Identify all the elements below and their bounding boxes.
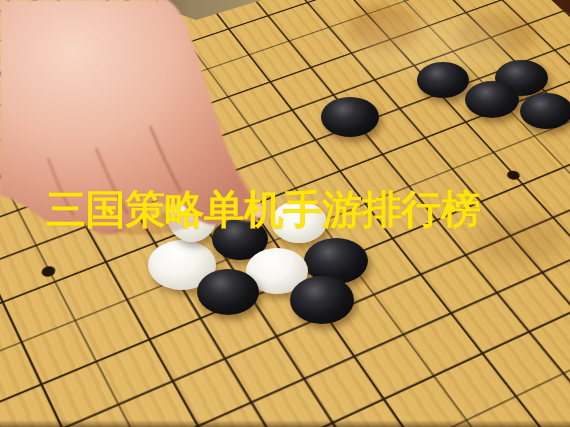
bottom-shadow	[0, 420, 570, 427]
go-photo-scene: 三国策略单机手游排行榜	[0, 0, 570, 427]
caption-text: 三国策略单机手游排行榜	[46, 189, 481, 229]
